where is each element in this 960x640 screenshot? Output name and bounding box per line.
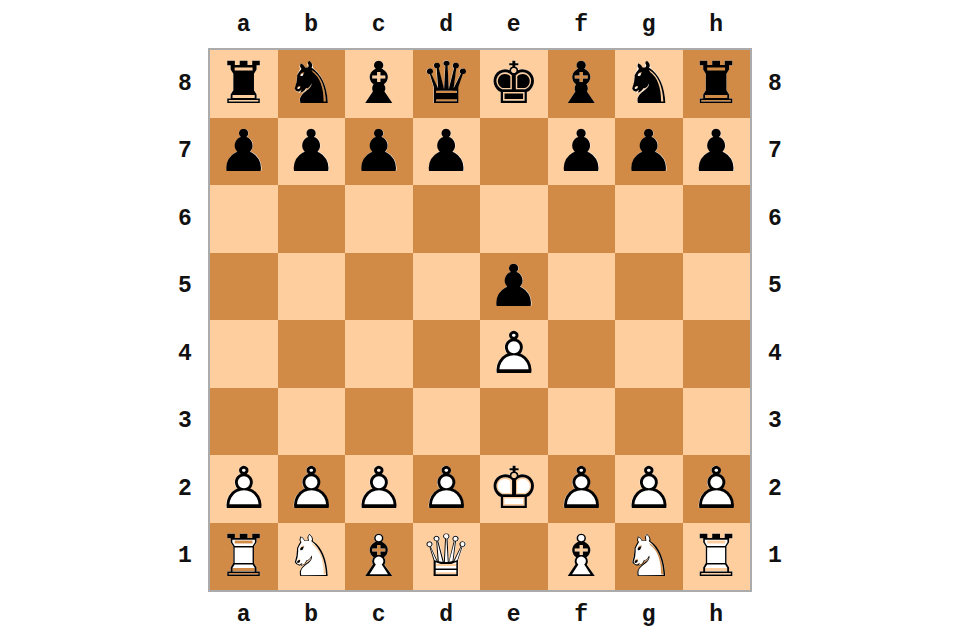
white-rook[interactable]: ♜♖ bbox=[210, 523, 277, 590]
file-label-c: c bbox=[345, 2, 413, 48]
square-f6[interactable] bbox=[548, 185, 616, 253]
rank-label-8: 8 bbox=[162, 50, 208, 118]
square-g8[interactable]: ♘♞ bbox=[615, 50, 683, 118]
square-f2[interactable]: ♟♙ bbox=[548, 455, 616, 523]
square-e8[interactable]: ♔♚ bbox=[480, 50, 548, 118]
rank-labels-left: 87654321 bbox=[162, 48, 208, 592]
file-labels-bottom: abcdefgh bbox=[208, 592, 752, 638]
rank-label-3: 3 bbox=[752, 388, 798, 456]
square-d1[interactable]: ♛♕ bbox=[413, 523, 481, 591]
rank-label-1: 1 bbox=[162, 523, 208, 591]
rank-labels-right: 87654321 bbox=[752, 48, 798, 592]
square-b5[interactable] bbox=[278, 253, 346, 321]
black-king[interactable]: ♔♚ bbox=[480, 50, 547, 117]
file-label-h: h bbox=[683, 592, 751, 638]
white-king[interactable]: ♚♔ bbox=[480, 455, 547, 522]
rank-label-7: 7 bbox=[752, 118, 798, 186]
black-queen[interactable]: ♕♛ bbox=[413, 50, 480, 117]
file-label-e: e bbox=[480, 592, 548, 638]
rank-label-4: 4 bbox=[752, 320, 798, 388]
square-c2[interactable]: ♟♙ bbox=[345, 455, 413, 523]
black-knight[interactable]: ♘♞ bbox=[278, 50, 345, 117]
file-label-a: a bbox=[210, 592, 278, 638]
square-g6[interactable] bbox=[615, 185, 683, 253]
square-e7[interactable] bbox=[480, 118, 548, 186]
white-pawn[interactable]: ♟♙ bbox=[548, 455, 615, 522]
black-bishop[interactable]: ♗♝ bbox=[548, 50, 615, 117]
chess-board: ♖♜♘♞♗♝♕♛♔♚♗♝♘♞♖♜♙♟♙♟♙♟♙♟♙♟♙♟♙♟♙♟♟♙♟♙♟♙♟♙… bbox=[208, 48, 752, 592]
rank-label-5: 5 bbox=[162, 253, 208, 321]
black-pawn[interactable]: ♙♟ bbox=[413, 118, 480, 185]
black-knight[interactable]: ♘♞ bbox=[615, 50, 682, 117]
square-d2[interactable]: ♟♙ bbox=[413, 455, 481, 523]
black-pawn[interactable]: ♙♟ bbox=[345, 118, 412, 185]
square-g2[interactable]: ♟♙ bbox=[615, 455, 683, 523]
square-a4[interactable] bbox=[210, 320, 278, 388]
square-f3[interactable] bbox=[548, 388, 616, 456]
square-h7[interactable]: ♙♟ bbox=[683, 118, 751, 186]
square-h3[interactable] bbox=[683, 388, 751, 456]
square-d8[interactable]: ♕♛ bbox=[413, 50, 481, 118]
square-e5[interactable]: ♙♟ bbox=[480, 253, 548, 321]
square-h6[interactable] bbox=[683, 185, 751, 253]
square-d5[interactable] bbox=[413, 253, 481, 321]
file-label-b: b bbox=[278, 2, 346, 48]
square-c5[interactable] bbox=[345, 253, 413, 321]
square-a1[interactable]: ♜♖ bbox=[210, 523, 278, 591]
black-pawn[interactable]: ♙♟ bbox=[210, 118, 277, 185]
square-a5[interactable] bbox=[210, 253, 278, 321]
square-h1[interactable]: ♜♖ bbox=[683, 523, 751, 591]
white-queen[interactable]: ♛♕ bbox=[413, 523, 480, 590]
black-pawn[interactable]: ♙♟ bbox=[278, 118, 345, 185]
square-b7[interactable]: ♙♟ bbox=[278, 118, 346, 186]
white-pawn[interactable]: ♟♙ bbox=[413, 455, 480, 522]
file-label-d: d bbox=[413, 2, 481, 48]
file-label-g: g bbox=[615, 2, 683, 48]
file-label-a: a bbox=[210, 2, 278, 48]
white-pawn[interactable]: ♟♙ bbox=[210, 455, 277, 522]
square-f1[interactable]: ♝♗ bbox=[548, 523, 616, 591]
rank-label-3: 3 bbox=[162, 388, 208, 456]
square-e4[interactable]: ♟♙ bbox=[480, 320, 548, 388]
square-d3[interactable] bbox=[413, 388, 481, 456]
square-b8[interactable]: ♘♞ bbox=[278, 50, 346, 118]
file-label-f: f bbox=[548, 2, 616, 48]
white-bishop[interactable]: ♝♗ bbox=[345, 523, 412, 590]
file-label-e: e bbox=[480, 2, 548, 48]
square-f4[interactable] bbox=[548, 320, 616, 388]
white-pawn[interactable]: ♟♙ bbox=[615, 455, 682, 522]
black-bishop[interactable]: ♗♝ bbox=[345, 50, 412, 117]
square-g3[interactable] bbox=[615, 388, 683, 456]
white-knight[interactable]: ♞♘ bbox=[278, 523, 345, 590]
square-h4[interactable] bbox=[683, 320, 751, 388]
square-d4[interactable] bbox=[413, 320, 481, 388]
square-g5[interactable] bbox=[615, 253, 683, 321]
black-pawn[interactable]: ♙♟ bbox=[480, 253, 547, 320]
square-d7[interactable]: ♙♟ bbox=[413, 118, 481, 186]
black-pawn[interactable]: ♙♟ bbox=[615, 118, 682, 185]
square-g1[interactable]: ♞♘ bbox=[615, 523, 683, 591]
square-h5[interactable] bbox=[683, 253, 751, 321]
file-label-b: b bbox=[278, 592, 346, 638]
square-e6[interactable] bbox=[480, 185, 548, 253]
rank-label-8: 8 bbox=[752, 50, 798, 118]
rank-label-2: 2 bbox=[162, 455, 208, 523]
square-e1[interactable] bbox=[480, 523, 548, 591]
square-c7[interactable]: ♙♟ bbox=[345, 118, 413, 186]
page-background: abcdefgh 87654321 ♖♜♘♞♗♝♕♛♔♚♗♝♘♞♖♜♙♟♙♟♙♟… bbox=[0, 0, 960, 640]
square-a6[interactable] bbox=[210, 185, 278, 253]
square-b1[interactable]: ♞♘ bbox=[278, 523, 346, 591]
black-pawn[interactable]: ♙♟ bbox=[683, 118, 750, 185]
square-c4[interactable] bbox=[345, 320, 413, 388]
rank-label-7: 7 bbox=[162, 118, 208, 186]
square-a2[interactable]: ♟♙ bbox=[210, 455, 278, 523]
square-c1[interactable]: ♝♗ bbox=[345, 523, 413, 591]
square-f7[interactable]: ♙♟ bbox=[548, 118, 616, 186]
file-label-g: g bbox=[615, 592, 683, 638]
chess-diagram: abcdefgh 87654321 ♖♜♘♞♗♝♕♛♔♚♗♝♘♞♖♜♙♟♙♟♙♟… bbox=[162, 2, 798, 638]
square-g4[interactable] bbox=[615, 320, 683, 388]
square-d6[interactable] bbox=[413, 185, 481, 253]
rank-label-2: 2 bbox=[752, 455, 798, 523]
white-pawn[interactable]: ♟♙ bbox=[683, 455, 750, 522]
square-g7[interactable]: ♙♟ bbox=[615, 118, 683, 186]
white-pawn[interactable]: ♟♙ bbox=[480, 320, 547, 387]
rank-label-5: 5 bbox=[752, 253, 798, 321]
rank-label-1: 1 bbox=[752, 523, 798, 591]
white-knight[interactable]: ♞♘ bbox=[615, 523, 682, 590]
file-label-d: d bbox=[413, 592, 481, 638]
square-c6[interactable] bbox=[345, 185, 413, 253]
file-label-c: c bbox=[345, 592, 413, 638]
black-rook[interactable]: ♖♜ bbox=[683, 50, 750, 117]
square-f5[interactable] bbox=[548, 253, 616, 321]
white-bishop[interactable]: ♝♗ bbox=[548, 523, 615, 590]
rank-label-6: 6 bbox=[162, 185, 208, 253]
square-a7[interactable]: ♙♟ bbox=[210, 118, 278, 186]
square-f8[interactable]: ♗♝ bbox=[548, 50, 616, 118]
square-h2[interactable]: ♟♙ bbox=[683, 455, 751, 523]
file-label-h: h bbox=[683, 2, 751, 48]
file-labels-top: abcdefgh bbox=[208, 2, 752, 48]
black-pawn[interactable]: ♙♟ bbox=[548, 118, 615, 185]
square-b2[interactable]: ♟♙ bbox=[278, 455, 346, 523]
square-a8[interactable]: ♖♜ bbox=[210, 50, 278, 118]
square-b3[interactable] bbox=[278, 388, 346, 456]
square-e2[interactable]: ♚♔ bbox=[480, 455, 548, 523]
square-e3[interactable] bbox=[480, 388, 548, 456]
square-a3[interactable] bbox=[210, 388, 278, 456]
black-rook[interactable]: ♖♜ bbox=[210, 50, 277, 117]
rank-label-4: 4 bbox=[162, 320, 208, 388]
rank-label-6: 6 bbox=[752, 185, 798, 253]
square-b6[interactable] bbox=[278, 185, 346, 253]
file-label-f: f bbox=[548, 592, 616, 638]
square-b4[interactable] bbox=[278, 320, 346, 388]
white-pawn[interactable]: ♟♙ bbox=[345, 455, 412, 522]
white-pawn[interactable]: ♟♙ bbox=[278, 455, 345, 522]
square-c8[interactable]: ♗♝ bbox=[345, 50, 413, 118]
white-rook[interactable]: ♜♖ bbox=[683, 523, 750, 590]
square-h8[interactable]: ♖♜ bbox=[683, 50, 751, 118]
square-c3[interactable] bbox=[345, 388, 413, 456]
